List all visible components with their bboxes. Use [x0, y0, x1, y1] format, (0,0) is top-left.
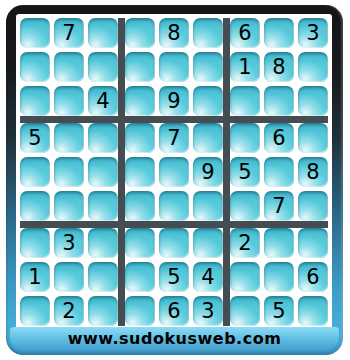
cell-r6c4[interactable] [125, 191, 155, 221]
cell-r3c9[interactable] [298, 86, 328, 116]
cell-r3c5[interactable]: 9 [159, 86, 189, 116]
cell-r9c2[interactable]: 2 [54, 296, 84, 326]
cell-r4c8[interactable]: 6 [264, 123, 294, 153]
cell-r1c4[interactable] [125, 18, 155, 48]
cell-r7c4[interactable] [125, 228, 155, 258]
cell-r1c5[interactable]: 8 [159, 18, 189, 48]
cell-r9c4[interactable] [125, 296, 155, 326]
cell-r1c2[interactable]: 7 [54, 18, 84, 48]
cell-r4c9[interactable] [298, 123, 328, 153]
cell-r2c7[interactable]: 1 [230, 52, 260, 82]
cell-r6c3[interactable] [88, 191, 118, 221]
cell-r2c9[interactable] [298, 52, 328, 82]
cell-r7c1[interactable] [20, 228, 50, 258]
cell-r1c8[interactable] [264, 18, 294, 48]
cell-r8c3[interactable] [88, 262, 118, 292]
cell-r6c6[interactable] [193, 191, 223, 221]
cell-r3c8[interactable] [264, 86, 294, 116]
box-1-1: 74 [20, 18, 118, 116]
cell-r1c3[interactable] [88, 18, 118, 48]
cell-r2c8[interactable]: 8 [264, 52, 294, 82]
cell-r3c6[interactable] [193, 86, 223, 116]
cell-r4c4[interactable] [125, 123, 155, 153]
cell-r6c7[interactable] [230, 191, 260, 221]
cell-r8c4[interactable] [125, 262, 155, 292]
box-3-2: 5463 [125, 228, 223, 326]
cell-r1c7[interactable]: 6 [230, 18, 260, 48]
sudoku-grid: 7489631857965873125463265 [16, 14, 332, 330]
box-3-3: 265 [230, 228, 328, 326]
cell-r4c5[interactable]: 7 [159, 123, 189, 153]
cell-r5c4[interactable] [125, 157, 155, 187]
cell-r6c2[interactable] [54, 191, 84, 221]
page: 7489631857965873125463265 www.sudokusweb… [0, 0, 350, 360]
cell-r5c2[interactable] [54, 157, 84, 187]
cell-r9c8[interactable]: 5 [264, 296, 294, 326]
cell-r8c5[interactable]: 5 [159, 262, 189, 292]
box-2-3: 6587 [230, 123, 328, 221]
cell-r3c1[interactable] [20, 86, 50, 116]
cell-r5c3[interactable] [88, 157, 118, 187]
cell-r8c6[interactable]: 4 [193, 262, 223, 292]
cell-r7c6[interactable] [193, 228, 223, 258]
cell-r3c2[interactable] [54, 86, 84, 116]
cell-r2c6[interactable] [193, 52, 223, 82]
cell-r2c5[interactable] [159, 52, 189, 82]
cell-r2c4[interactable] [125, 52, 155, 82]
cell-r6c5[interactable] [159, 191, 189, 221]
cell-r5c1[interactable] [20, 157, 50, 187]
cell-r9c3[interactable] [88, 296, 118, 326]
cell-r7c7[interactable]: 2 [230, 228, 260, 258]
cell-r1c6[interactable] [193, 18, 223, 48]
cell-r8c9[interactable]: 6 [298, 262, 328, 292]
cell-r8c2[interactable] [54, 262, 84, 292]
cell-r7c8[interactable] [264, 228, 294, 258]
footer-url: www.sudokusweb.com [10, 327, 339, 350]
cell-r9c1[interactable] [20, 296, 50, 326]
cell-r9c6[interactable]: 3 [193, 296, 223, 326]
cell-r5c8[interactable] [264, 157, 294, 187]
cell-r2c1[interactable] [20, 52, 50, 82]
cell-r8c7[interactable] [230, 262, 260, 292]
box-2-1: 5 [20, 123, 118, 221]
cell-r5c6[interactable]: 9 [193, 157, 223, 187]
box-3-1: 312 [20, 228, 118, 326]
cell-r4c2[interactable] [54, 123, 84, 153]
cell-r9c9[interactable] [298, 296, 328, 326]
cell-r4c3[interactable] [88, 123, 118, 153]
cell-r3c4[interactable] [125, 86, 155, 116]
cell-r7c3[interactable] [88, 228, 118, 258]
box-1-3: 6318 [230, 18, 328, 116]
sudoku-board: 7489631857965873125463265 www.sudokusweb… [6, 5, 343, 355]
cell-r5c9[interactable]: 8 [298, 157, 328, 187]
cell-r5c7[interactable]: 5 [230, 157, 260, 187]
cell-r6c1[interactable] [20, 191, 50, 221]
cell-r1c1[interactable] [20, 18, 50, 48]
cell-r2c2[interactable] [54, 52, 84, 82]
cell-r9c7[interactable] [230, 296, 260, 326]
cell-r6c9[interactable] [298, 191, 328, 221]
cell-r4c1[interactable]: 5 [20, 123, 50, 153]
cell-r4c6[interactable] [193, 123, 223, 153]
cell-r3c3[interactable]: 4 [88, 86, 118, 116]
cell-r3c7[interactable] [230, 86, 260, 116]
box-2-2: 79 [125, 123, 223, 221]
cell-r7c5[interactable] [159, 228, 189, 258]
cell-r2c3[interactable] [88, 52, 118, 82]
box-1-2: 89 [125, 18, 223, 116]
cell-r8c1[interactable]: 1 [20, 262, 50, 292]
cell-r5c5[interactable] [159, 157, 189, 187]
cell-r9c5[interactable]: 6 [159, 296, 189, 326]
cell-r7c2[interactable]: 3 [54, 228, 84, 258]
cell-r4c7[interactable] [230, 123, 260, 153]
cell-r1c9[interactable]: 3 [298, 18, 328, 48]
cell-r8c8[interactable] [264, 262, 294, 292]
cell-r7c9[interactable] [298, 228, 328, 258]
cell-r6c8[interactable]: 7 [264, 191, 294, 221]
